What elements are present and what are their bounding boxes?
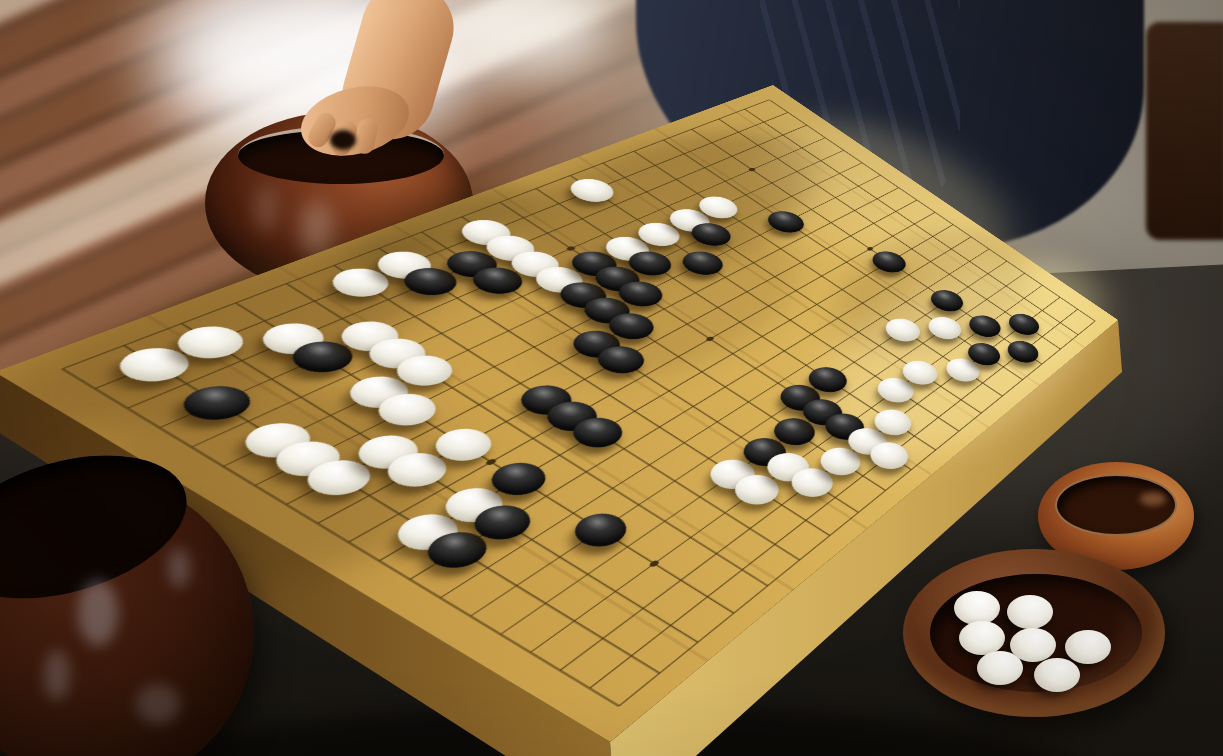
stone-black[interactable] <box>1001 336 1044 367</box>
lid-stone-white[interactable] <box>959 621 1005 655</box>
stone-black[interactable] <box>675 247 732 280</box>
stone-white[interactable] <box>562 175 622 207</box>
stone-white[interactable] <box>922 313 968 344</box>
lid-stone-white[interactable] <box>954 591 1000 625</box>
bowl-reflection <box>136 684 180 724</box>
go-game-photo-scene <box>0 0 1223 756</box>
lid-stone-white[interactable] <box>977 651 1023 685</box>
stone-black[interactable] <box>564 507 636 554</box>
stone-black[interactable] <box>1002 310 1044 340</box>
stone-in-fingers <box>330 130 356 150</box>
stone-black[interactable] <box>924 286 969 316</box>
lid-stone-white[interactable] <box>1065 630 1111 664</box>
lid-stone-white[interactable] <box>1007 595 1053 629</box>
tea-glint <box>1140 492 1166 506</box>
bowl-reflection <box>78 580 118 646</box>
bowl-reflection <box>168 548 190 588</box>
bowl-reflection <box>44 650 70 700</box>
stone-black[interactable] <box>866 247 913 276</box>
stone-white[interactable] <box>878 314 926 346</box>
stone-black[interactable] <box>170 379 263 427</box>
lid-stone-white[interactable] <box>1034 658 1080 692</box>
stone-black[interactable] <box>761 207 812 237</box>
stone-black[interactable] <box>963 311 1007 341</box>
